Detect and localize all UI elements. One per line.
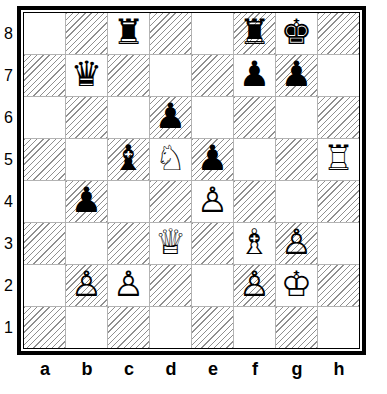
- square-a5[interactable]: [24, 139, 65, 180]
- file-label-f: f: [234, 359, 276, 380]
- square-e2[interactable]: [192, 265, 233, 306]
- rank-label-4: 4: [0, 181, 17, 223]
- square-h7[interactable]: [318, 55, 359, 96]
- square-b2[interactable]: ♙: [66, 265, 107, 306]
- white-knight[interactable]: ♘: [155, 138, 186, 179]
- square-c4[interactable]: [108, 181, 149, 222]
- square-c1[interactable]: [108, 307, 149, 348]
- square-f3[interactable]: ♗: [234, 223, 275, 264]
- square-g8[interactable]: ♚: [276, 13, 317, 54]
- square-e6[interactable]: [192, 97, 233, 138]
- square-c5[interactable]: ♝: [108, 139, 149, 180]
- square-f8[interactable]: ♜: [234, 13, 275, 54]
- black-bishop[interactable]: ♝: [113, 138, 144, 179]
- square-e7[interactable]: [192, 55, 233, 96]
- white-king[interactable]: ♔: [281, 264, 312, 305]
- black-pawn[interactable]: ♟: [239, 54, 270, 95]
- square-f5[interactable]: [234, 139, 275, 180]
- square-g6[interactable]: [276, 97, 317, 138]
- square-h3[interactable]: [318, 223, 359, 264]
- square-b3[interactable]: [66, 223, 107, 264]
- square-e1[interactable]: [192, 307, 233, 348]
- rank-label-1: 1: [0, 307, 17, 349]
- black-pawn[interactable]: ♟: [71, 180, 102, 221]
- square-a4[interactable]: [24, 181, 65, 222]
- square-h6[interactable]: [318, 97, 359, 138]
- file-label-e: e: [192, 359, 234, 380]
- square-e5[interactable]: ♟: [192, 139, 233, 180]
- white-rook[interactable]: ♖: [323, 138, 354, 179]
- square-c7[interactable]: [108, 55, 149, 96]
- square-c3[interactable]: [108, 223, 149, 264]
- square-c6[interactable]: [108, 97, 149, 138]
- square-f4[interactable]: [234, 181, 275, 222]
- square-h1[interactable]: [318, 307, 359, 348]
- rank-label-5: 5: [0, 139, 17, 181]
- file-label-a: a: [24, 359, 66, 380]
- square-d1[interactable]: [150, 307, 191, 348]
- file-label-d: d: [150, 359, 192, 380]
- rank-label-6: 6: [0, 97, 17, 139]
- square-d3[interactable]: ♕: [150, 223, 191, 264]
- rank-labels: 87654321: [0, 13, 17, 349]
- black-pawn[interactable]: ♟: [155, 96, 186, 137]
- square-a3[interactable]: [24, 223, 65, 264]
- rank-label-3: 3: [0, 223, 17, 265]
- square-e4[interactable]: ♙: [192, 181, 233, 222]
- square-g5[interactable]: [276, 139, 317, 180]
- square-e3[interactable]: [192, 223, 233, 264]
- square-b8[interactable]: [66, 13, 107, 54]
- white-pawn[interactable]: ♙: [281, 222, 312, 263]
- square-f6[interactable]: [234, 97, 275, 138]
- square-d4[interactable]: [150, 181, 191, 222]
- square-a2[interactable]: [24, 265, 65, 306]
- rank-label-2: 2: [0, 265, 17, 307]
- square-f2[interactable]: ♙: [234, 265, 275, 306]
- rank-label-7: 7: [0, 55, 17, 97]
- black-rook[interactable]: ♜: [239, 12, 270, 53]
- board-inner-border: ♜♜♚♛♟♟♟♝♘♟♖♟♙♕♗♙♙♙♙♔: [23, 12, 360, 349]
- square-d2[interactable]: [150, 265, 191, 306]
- square-b7[interactable]: ♛: [66, 55, 107, 96]
- square-c2[interactable]: ♙: [108, 265, 149, 306]
- white-bishop[interactable]: ♗: [239, 222, 270, 263]
- square-a7[interactable]: [24, 55, 65, 96]
- white-queen[interactable]: ♕: [155, 222, 186, 263]
- rank-label-8: 8: [0, 13, 17, 55]
- square-a8[interactable]: [24, 13, 65, 54]
- board-frame: ♜♜♚♛♟♟♟♝♘♟♖♟♙♕♗♙♙♙♙♔: [17, 6, 366, 355]
- square-b5[interactable]: [66, 139, 107, 180]
- square-h8[interactable]: [318, 13, 359, 54]
- square-e8[interactable]: [192, 13, 233, 54]
- white-pawn[interactable]: ♙: [239, 264, 270, 305]
- square-g3[interactable]: ♙: [276, 223, 317, 264]
- square-h2[interactable]: [318, 265, 359, 306]
- square-g4[interactable]: [276, 181, 317, 222]
- square-g1[interactable]: [276, 307, 317, 348]
- square-b1[interactable]: [66, 307, 107, 348]
- square-d6[interactable]: ♟: [150, 97, 191, 138]
- file-label-b: b: [66, 359, 108, 380]
- square-c8[interactable]: ♜: [108, 13, 149, 54]
- square-d8[interactable]: [150, 13, 191, 54]
- square-d7[interactable]: [150, 55, 191, 96]
- square-h4[interactable]: [318, 181, 359, 222]
- file-label-c: c: [108, 359, 150, 380]
- board-area: 87654321 ♜♜♚♛♟♟♟♝♘♟♖♟♙♕♗♙♙♙♙♔: [0, 0, 387, 355]
- square-f7[interactable]: ♟: [234, 55, 275, 96]
- white-pawn[interactable]: ♙: [71, 264, 102, 305]
- black-pawn[interactable]: ♟: [281, 54, 312, 95]
- file-label-h: h: [318, 359, 360, 380]
- black-rook[interactable]: ♜: [113, 12, 144, 53]
- square-g2[interactable]: ♔: [276, 265, 317, 306]
- white-pawn[interactable]: ♙: [113, 264, 144, 305]
- file-label-g: g: [276, 359, 318, 380]
- black-king[interactable]: ♚: [281, 12, 312, 53]
- square-f1[interactable]: [234, 307, 275, 348]
- square-d5[interactable]: ♘: [150, 139, 191, 180]
- square-a1[interactable]: [24, 307, 65, 348]
- chess-diagram: 87654321 ♜♜♚♛♟♟♟♝♘♟♖♟♙♕♗♙♙♙♙♔ abcdefgh: [0, 0, 387, 394]
- square-a6[interactable]: [24, 97, 65, 138]
- chess-board: ♜♜♚♛♟♟♟♝♘♟♖♟♙♕♗♙♙♙♙♔: [24, 13, 359, 348]
- white-pawn[interactable]: ♙: [197, 180, 228, 221]
- black-pawn[interactable]: ♟: [197, 138, 228, 179]
- square-b4[interactable]: ♟: [66, 181, 107, 222]
- file-labels: abcdefgh: [24, 359, 387, 380]
- black-queen[interactable]: ♛: [71, 54, 102, 95]
- square-g7[interactable]: ♟: [276, 55, 317, 96]
- square-b6[interactable]: [66, 97, 107, 138]
- square-h5[interactable]: ♖: [318, 139, 359, 180]
